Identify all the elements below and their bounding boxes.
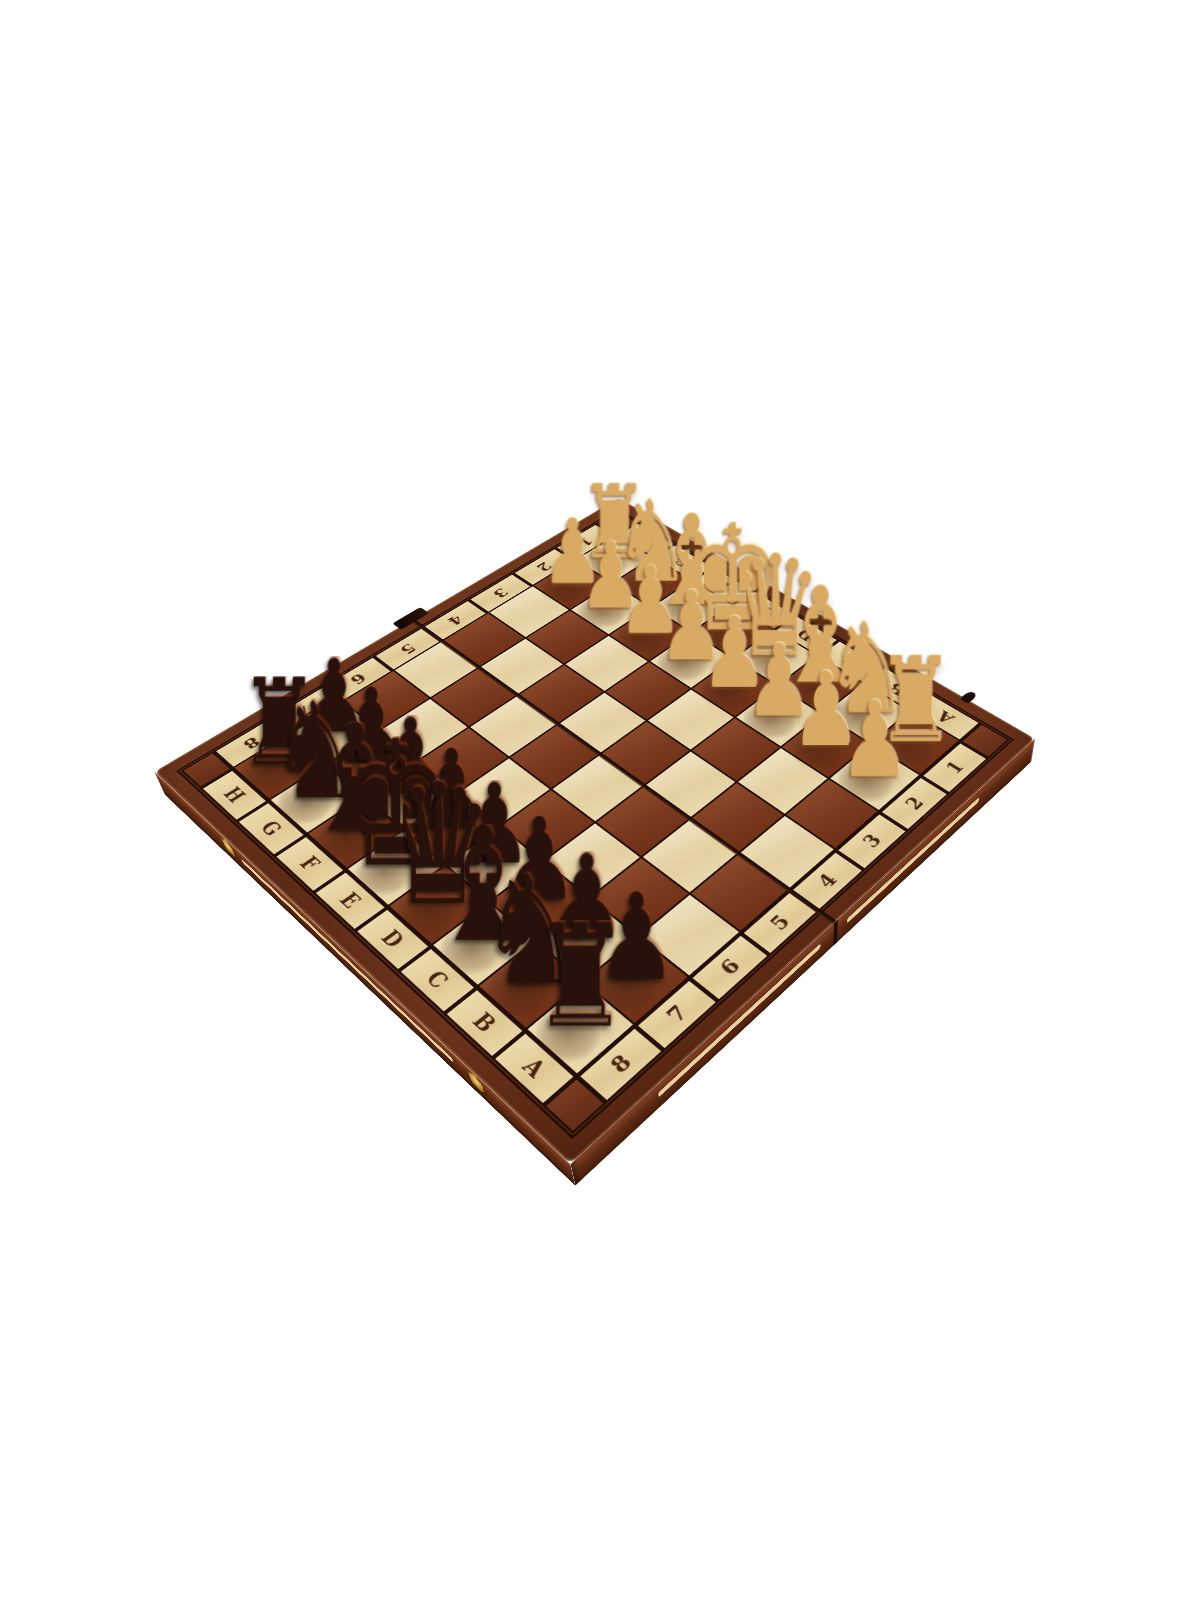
file-label-far-d-text: D <box>793 626 819 644</box>
rank-label-near-3: 3 <box>835 812 908 870</box>
square-b4 <box>690 783 785 854</box>
square-d8 <box>388 866 489 946</box>
rank-label-far-7-text: 7 <box>294 701 319 719</box>
piece-shadow <box>522 995 614 1074</box>
fold-seam-notch <box>833 919 837 945</box>
piece-shadow <box>486 872 571 939</box>
piece-shadow <box>826 753 904 810</box>
rank-label-near-2-text: 2 <box>900 793 928 813</box>
rank-label-far-1-text: 1 <box>574 535 596 549</box>
rank-label-near-2: 2 <box>879 776 950 831</box>
file-label-near-e: E <box>313 870 388 931</box>
piece-shadow <box>428 914 515 985</box>
chess-board-3d: HH11GG22FF33EE44DD55CC66BB77AA88 ♜♟♞♟♝♟♚… <box>154 498 1035 1164</box>
border-corner-block <box>181 751 233 788</box>
square-d7 <box>445 827 543 903</box>
file-label-far-c-text: C <box>838 652 864 670</box>
piece-shadow <box>303 807 384 868</box>
square-a5 <box>690 854 790 933</box>
border-corner-block <box>543 1076 607 1134</box>
square-c7 <box>489 862 590 942</box>
rank-label-near-5-text: 5 <box>765 911 795 935</box>
file-label-near-h: H <box>200 769 269 822</box>
square-f7 <box>363 762 457 831</box>
square-e6 <box>457 758 551 827</box>
square-c6 <box>543 823 641 899</box>
square-e8 <box>346 831 445 907</box>
piece-shadow <box>343 841 426 906</box>
square-a3 <box>785 779 879 850</box>
square-c5 <box>595 787 690 859</box>
square-g8 <box>269 765 364 834</box>
rank-label-near-6-text: 6 <box>715 954 746 979</box>
file-label-near-g-text: G <box>255 817 287 840</box>
file-label-near-c: C <box>398 946 478 1014</box>
file-label-far-f-text: F <box>711 578 735 593</box>
file-label-near-c-text: C <box>420 966 454 994</box>
rank-label-far-8-text: 8 <box>239 734 264 753</box>
file-label-near-d: D <box>354 907 431 971</box>
rank-label-far-4-text: 4 <box>443 613 467 629</box>
file-label-near-g: G <box>236 801 307 857</box>
file-label-near-d-text: D <box>375 925 409 952</box>
piece-shadow <box>360 771 439 829</box>
square-c8 <box>431 903 535 987</box>
file-label-far-a-text: A <box>933 708 959 727</box>
square-d6 <box>499 790 595 862</box>
piece-shadow <box>442 837 525 901</box>
rank-label-far-5-text: 5 <box>396 641 420 657</box>
square-c4 <box>644 752 737 820</box>
square-b5 <box>641 820 738 895</box>
square-b3 <box>737 748 829 816</box>
rank-label-near-4-text: 4 <box>812 869 842 892</box>
product-photo-canvas: HH11GG22FF33EE44DD55CC66BB77AA88 ♜♟♞♟♝♟♚… <box>0 0 1200 1600</box>
file-label-far-b-text: B <box>884 679 911 698</box>
file-label-far-e-text: E <box>751 602 776 618</box>
square-d5 <box>551 755 644 823</box>
piece-shadow <box>266 774 345 833</box>
square-b8 <box>477 942 583 1031</box>
rank-label-far-6-text: 6 <box>346 670 370 687</box>
file-label-near-b: B <box>443 987 525 1059</box>
board-top-face: HH11GG22FF33EE44DD55CC66BB77AA88 <box>154 498 1035 1164</box>
file-label-near-h-text: H <box>218 783 251 806</box>
scene: HH11GG22FF33EE44DD55CC66BB77AA88 ♜♟♞♟♝♟♚… <box>0 0 1200 1600</box>
file-label-near-f: F <box>273 835 346 893</box>
rank-label-far-3-text: 3 <box>489 586 512 601</box>
piece-shadow <box>532 910 619 981</box>
file-label-far-g-text: G <box>671 554 696 570</box>
piece-shadow <box>474 953 563 1028</box>
file-label-near-b-text: B <box>467 1008 502 1038</box>
piece-shadow <box>580 949 669 1024</box>
square-a4 <box>739 816 836 891</box>
square-a8 <box>526 983 635 1077</box>
rank-label-near-4: 4 <box>789 850 865 912</box>
rank-label-far-2-text: 2 <box>532 560 555 574</box>
file-label-near-f-text: F <box>294 852 325 875</box>
rank-label-near-3-text: 3 <box>858 830 887 851</box>
rank-label-near-7-text: 7 <box>661 1001 693 1028</box>
square-a7 <box>584 938 690 1026</box>
square-b7 <box>535 899 638 983</box>
rank-label-near-1-text: 1 <box>941 758 969 777</box>
file-label-near-a: A <box>492 1031 577 1107</box>
square-e7 <box>403 794 499 866</box>
piece-shadow <box>400 803 481 864</box>
file-label-near-a-text: A <box>516 1053 551 1084</box>
rank-label-near-8-text: 8 <box>605 1050 638 1079</box>
piece-shadow <box>384 876 469 944</box>
square-a6 <box>638 895 741 978</box>
file-label-near-e-text: E <box>334 888 366 913</box>
square-b6 <box>590 858 690 937</box>
square-f8 <box>307 797 404 870</box>
file-label-far-h-text: H <box>633 532 659 548</box>
